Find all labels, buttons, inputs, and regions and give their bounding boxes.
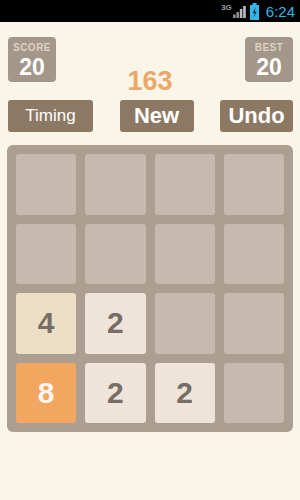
score-label: SCORE	[8, 42, 56, 54]
empty-cell	[155, 293, 215, 354]
tile-2: 2	[85, 363, 145, 424]
network-3g-label: 3G	[221, 3, 232, 12]
empty-cell	[16, 154, 76, 215]
empty-cell	[16, 224, 76, 285]
new-game-button[interactable]: New	[120, 100, 194, 132]
empty-cell	[224, 154, 284, 215]
timing-button[interactable]: Timing	[8, 100, 93, 132]
empty-cell	[155, 224, 215, 285]
empty-cell	[224, 224, 284, 285]
signal-strength-icon	[233, 5, 246, 18]
toolbar: Timing New Undo	[0, 100, 300, 132]
empty-cell	[224, 293, 284, 354]
best-label: BEST	[245, 42, 293, 54]
undo-button[interactable]: Undo	[220, 100, 293, 132]
empty-cell	[85, 224, 145, 285]
board[interactable]: 42822	[7, 145, 293, 432]
tile-2: 2	[85, 293, 145, 354]
best-box: BEST 20	[245, 37, 293, 82]
best-value: 20	[245, 54, 293, 80]
empty-cell	[224, 363, 284, 424]
tile-4: 4	[16, 293, 76, 354]
status-bar-clock: 6:24	[266, 3, 295, 20]
tile-2: 2	[155, 363, 215, 424]
tile-8: 8	[16, 363, 76, 424]
battery-charging-icon	[249, 3, 260, 20]
empty-cell	[85, 154, 145, 215]
android-status-bar[interactable]: 3G 6:24	[0, 0, 300, 22]
empty-cell	[155, 154, 215, 215]
game-header: SCORE 20 163 BEST 20	[0, 22, 300, 100]
